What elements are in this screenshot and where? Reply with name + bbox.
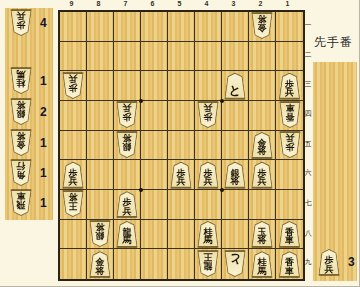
board-cell-2九[interactable]: 桂馬	[249, 249, 276, 279]
rank-label-一: 一	[303, 20, 313, 30]
piece-kanji: 兵	[285, 134, 294, 143]
shogi-piece-香車[interactable]: 香車	[278, 102, 302, 128]
piece-kanji: 兵	[17, 12, 26, 21]
board-cell-7五[interactable]: 銀将	[114, 131, 141, 161]
piece-kanji: 将	[123, 134, 132, 143]
piece-kanji: 将	[17, 101, 26, 110]
shogi-piece-桂馬[interactable]: 桂馬	[9, 68, 33, 94]
shogi-piece-と[interactable]: と	[223, 73, 247, 99]
piece-kanji: 歩	[17, 21, 26, 30]
board-cell-4一[interactable]	[195, 12, 222, 42]
board-cell-6七[interactable]	[141, 190, 168, 220]
piece-kanji: 車	[285, 104, 294, 113]
piece-kanji: 飛	[17, 201, 26, 210]
board-cell-1三[interactable]: 歩兵	[276, 71, 303, 101]
shogi-piece-桂馬[interactable]: 桂馬	[250, 251, 274, 277]
board-cell-8五[interactable]	[87, 131, 114, 161]
file-label-2: 2	[247, 0, 274, 7]
piece-face: 歩兵	[318, 250, 340, 274]
shogi-piece-歩兵[interactable]: 歩兵	[61, 73, 85, 99]
piece-kanji: 王	[69, 202, 78, 211]
file-label-8: 8	[85, 0, 112, 7]
board-cell-3六[interactable]: 銀将	[222, 160, 249, 190]
board-cell-9四[interactable]	[60, 101, 87, 131]
piece-kanji: 将	[69, 193, 78, 202]
board-cell-6四[interactable]	[141, 101, 168, 131]
board-cell-8八[interactable]: 銀将	[87, 220, 114, 250]
shogi-piece-金将[interactable]: 金将	[9, 130, 33, 156]
board-cell-9三[interactable]: 歩兵	[60, 71, 87, 101]
piece-kanji: と	[229, 253, 241, 267]
file-label-5: 5	[166, 0, 193, 7]
turn-indicator: 先手番	[314, 34, 353, 51]
piece-face: と	[224, 252, 246, 276]
piece-kanji: 歩	[285, 142, 294, 151]
board-cell-1二[interactable]	[276, 42, 303, 72]
file-label-3: 3	[220, 0, 247, 7]
rank-label-二: 二	[303, 50, 313, 60]
gote-hand-count: 1	[40, 166, 47, 180]
gote-hand-角行[interactable]: 角行1	[9, 160, 47, 186]
board-cell-8九[interactable]: 金将	[87, 249, 114, 279]
board-cell-8二[interactable]	[87, 42, 114, 72]
board-cell-8七[interactable]	[87, 190, 114, 220]
shogi-piece-歩兵[interactable]: 歩兵	[317, 249, 341, 275]
piece-face: 金将	[10, 131, 32, 155]
shogi-piece-銀将[interactable]: 銀将	[9, 99, 33, 125]
board-cell-5八[interactable]	[168, 220, 195, 250]
board-cell-4四[interactable]: 歩兵	[195, 101, 222, 131]
board-cell-5一[interactable]	[168, 12, 195, 42]
piece-face: 歩兵	[116, 103, 138, 127]
piece-kanji: 金	[258, 24, 267, 33]
hoshi-dot	[220, 99, 224, 103]
piece-face: 銀将	[116, 133, 138, 157]
shogi-piece-歩兵[interactable]: 歩兵	[61, 162, 85, 188]
board-cell-1五[interactable]: 歩兵	[276, 131, 303, 161]
rank-label-四: 四	[303, 109, 313, 119]
piece-face: 龍王	[197, 252, 219, 276]
gote-hand-飛車[interactable]: 飛車1	[9, 190, 47, 216]
board-cell-4二[interactable]	[195, 42, 222, 72]
board-cell-5九[interactable]	[168, 249, 195, 279]
board-cell-7七[interactable]: 歩兵	[114, 190, 141, 220]
shogi-piece-と[interactable]: と	[223, 251, 247, 277]
shogi-piece-銀将[interactable]: 銀将	[223, 162, 247, 188]
piece-kanji: 桂	[17, 79, 26, 88]
board-cell-8一[interactable]	[87, 12, 114, 42]
piece-face: 香車	[279, 222, 301, 246]
board-cell-9二[interactable]	[60, 42, 87, 72]
board-cell-3七[interactable]	[222, 190, 249, 220]
piece-kanji: 馬	[123, 236, 132, 245]
board-cell-7九[interactable]	[114, 249, 141, 279]
shogi-piece-歩兵[interactable]: 歩兵	[196, 102, 220, 128]
board-cell-5三[interactable]	[168, 71, 195, 101]
board-cell-6一[interactable]	[141, 12, 168, 42]
board-cell-1一[interactable]	[276, 12, 303, 42]
piece-face: 角行	[10, 161, 32, 185]
board-cell-2二[interactable]	[249, 42, 276, 72]
piece-kanji: 兵	[123, 104, 132, 113]
shogi-piece-香車[interactable]: 香車	[278, 251, 302, 277]
piece-kanji: 将	[258, 15, 267, 24]
board-cell-8四[interactable]	[87, 101, 114, 131]
piece-face: 銀将	[224, 163, 246, 187]
piece-kanji: 将	[96, 267, 105, 276]
hoshi-dot	[139, 188, 143, 192]
board-cell-4三[interactable]	[195, 71, 222, 101]
gote-hand-count: 1	[40, 74, 47, 88]
piece-kanji: 将	[258, 236, 267, 245]
piece-face: 桂馬	[197, 222, 219, 246]
piece-face: 歩兵	[251, 163, 273, 187]
rank-label-六: 六	[303, 168, 313, 178]
board-cell-1六[interactable]	[276, 160, 303, 190]
board-cell-4八[interactable]: 桂馬	[195, 220, 222, 250]
piece-face: 王将	[62, 192, 84, 216]
piece-kanji: 車	[17, 192, 26, 201]
gote-hand-count: 4	[40, 16, 47, 30]
piece-kanji: 将	[258, 147, 267, 156]
piece-kanji: 兵	[204, 104, 213, 113]
shogi-piece-龍王[interactable]: 龍王	[196, 251, 220, 277]
board-cell-7八[interactable]: 龍馬	[114, 220, 141, 250]
gote-hand-銀将[interactable]: 銀将2	[9, 99, 47, 125]
board-cell-3三[interactable]: と	[222, 71, 249, 101]
shogi-piece-歩兵[interactable]: 歩兵	[250, 162, 274, 188]
board-cell-4五[interactable]	[195, 131, 222, 161]
piece-face: 歩兵	[170, 163, 192, 187]
board-cell-2六[interactable]: 歩兵	[249, 160, 276, 190]
board-cell-2七[interactable]	[249, 190, 276, 220]
shogi-piece-歩兵[interactable]: 歩兵	[169, 162, 193, 188]
shogi-piece-歩兵[interactable]: 歩兵	[115, 102, 139, 128]
shogi-piece-金将[interactable]: 金将	[88, 251, 112, 277]
hoshi-dot	[139, 99, 143, 103]
shogi-piece-玉将[interactable]: 玉将	[250, 221, 274, 247]
board-cell-3八[interactable]	[222, 220, 249, 250]
piece-kanji: 兵	[258, 177, 267, 186]
board-cell-1七[interactable]	[276, 190, 303, 220]
board-cell-5二[interactable]	[168, 42, 195, 72]
piece-face: 桂馬	[251, 252, 273, 276]
board-cell-9一[interactable]	[60, 12, 87, 42]
piece-kanji: 行	[17, 162, 26, 171]
board-cell-2五[interactable]: 金将	[249, 131, 276, 161]
piece-kanji: 車	[285, 267, 294, 276]
rank-label-五: 五	[303, 139, 313, 149]
rank-label-七: 七	[303, 198, 313, 208]
board-grid: 金将歩兵と歩兵歩兵歩兵香車銀将金将歩兵歩兵歩兵歩兵銀将歩兵王将歩兵銀将龍馬桂馬玉…	[60, 12, 303, 279]
board-cell-9五[interactable]	[60, 131, 87, 161]
shogi-piece-歩兵[interactable]: 歩兵	[115, 191, 139, 217]
shogi-piece-王将[interactable]: 王将	[61, 191, 85, 217]
board-cell-2一[interactable]: 金将	[249, 12, 276, 42]
shogi-piece-銀将[interactable]: 銀将	[115, 132, 139, 158]
piece-face: 玉将	[251, 222, 273, 246]
piece-face: 銀将	[89, 222, 111, 246]
board-cell-7四[interactable]: 歩兵	[114, 101, 141, 131]
board-cell-7二[interactable]	[114, 42, 141, 72]
shogi-app: 987654321 金将歩兵と歩兵歩兵歩兵香車銀将金将歩兵歩兵歩兵歩兵銀将歩兵王…	[0, 0, 360, 287]
rank-label-九: 九	[303, 257, 313, 267]
board-cell-6五[interactable]	[141, 131, 168, 161]
board-cell-3四[interactable]	[222, 101, 249, 131]
piece-kanji: 兵	[123, 207, 132, 216]
gote-hand-count: 1	[40, 196, 47, 210]
gote-hand-金将[interactable]: 金将1	[9, 130, 47, 156]
piece-kanji: と	[229, 83, 241, 97]
piece-kanji: 馬	[204, 236, 213, 245]
piece-face: 金将	[251, 14, 273, 38]
board-cell-9七[interactable]: 王将	[60, 190, 87, 220]
shogi-piece-角行[interactable]: 角行	[9, 160, 33, 186]
board-cell-3二[interactable]	[222, 42, 249, 72]
sente-hand-歩兵[interactable]: 歩兵3	[317, 249, 355, 275]
board-cell-6六[interactable]	[141, 160, 168, 190]
piece-kanji: 王	[204, 253, 213, 262]
board-cell-7六[interactable]	[114, 160, 141, 190]
shogi-piece-金将[interactable]: 金将	[250, 13, 274, 39]
piece-face: 金将	[251, 133, 273, 157]
gote-hand-歩兵[interactable]: 歩兵4	[9, 10, 47, 36]
piece-face: 歩兵	[62, 74, 84, 98]
board-cell-5六[interactable]: 歩兵	[168, 160, 195, 190]
piece-kanji: 車	[285, 236, 294, 245]
board-cell-4六[interactable]: 歩兵	[195, 160, 222, 190]
gote-hand-count: 1	[40, 136, 47, 150]
piece-face: と	[224, 74, 246, 98]
piece-kanji: 兵	[204, 177, 213, 186]
piece-face: 歩兵	[197, 103, 219, 127]
board-cell-2四[interactable]	[249, 101, 276, 131]
piece-kanji: 馬	[258, 267, 267, 276]
shogi-piece-桂馬[interactable]: 桂馬	[196, 221, 220, 247]
file-label-6: 6	[139, 0, 166, 7]
board-cell-2八[interactable]: 玉将	[249, 220, 276, 250]
board-cell-9六[interactable]: 歩兵	[60, 160, 87, 190]
board-cell-6三[interactable]	[141, 71, 168, 101]
board-cell-5四[interactable]	[168, 101, 195, 131]
board-cell-1八[interactable]: 香車	[276, 220, 303, 250]
piece-kanji: 龍	[204, 262, 213, 271]
board-cell-6九[interactable]	[141, 249, 168, 279]
piece-kanji: 銀	[17, 110, 26, 119]
piece-kanji: 歩	[123, 113, 132, 122]
file-label-1: 1	[274, 0, 301, 7]
board-cell-7一[interactable]	[114, 12, 141, 42]
piece-kanji: 銀	[123, 142, 132, 151]
file-label-9: 9	[58, 0, 85, 7]
board-cell-6八[interactable]	[141, 220, 168, 250]
rank-label-八: 八	[303, 228, 313, 238]
piece-face: 歩兵	[62, 163, 84, 187]
piece-kanji: 兵	[177, 177, 186, 186]
piece-kanji: 将	[96, 223, 105, 232]
file-label-4: 4	[193, 0, 220, 7]
board-cell-3五[interactable]	[222, 131, 249, 161]
file-label-7: 7	[112, 0, 139, 7]
piece-face: 歩兵	[279, 74, 301, 98]
piece-kanji: 金	[17, 141, 26, 150]
piece-kanji: 銀	[96, 231, 105, 240]
board-cell-9八[interactable]	[60, 220, 87, 250]
piece-kanji: 角	[17, 171, 26, 180]
board-cell-2三[interactable]	[249, 71, 276, 101]
board-cell-1四[interactable]: 香車	[276, 101, 303, 131]
board-cell-5五[interactable]	[168, 131, 195, 161]
piece-face: 飛車	[10, 191, 32, 215]
piece-face: 歩兵	[10, 11, 32, 35]
piece-kanji: 将	[17, 132, 26, 141]
shogi-piece-飛車[interactable]: 飛車	[9, 190, 33, 216]
piece-face: 龍馬	[116, 222, 138, 246]
piece-kanji: 兵	[69, 75, 78, 84]
board-cell-4七[interactable]	[195, 190, 222, 220]
board-cell-4九[interactable]: 龍王	[195, 249, 222, 279]
shogi-piece-歩兵[interactable]: 歩兵	[9, 10, 33, 36]
piece-kanji: 歩	[204, 113, 213, 122]
shogi-piece-歩兵[interactable]: 歩兵	[278, 132, 302, 158]
piece-face: 歩兵	[116, 192, 138, 216]
piece-kanji: 兵	[69, 177, 78, 186]
shogi-piece-銀将[interactable]: 銀将	[88, 221, 112, 247]
piece-face: 桂馬	[10, 69, 32, 93]
piece-face: 歩兵	[197, 163, 219, 187]
board-cell-6二[interactable]	[141, 42, 168, 72]
board-cell-3一[interactable]	[222, 12, 249, 42]
shogi-board: 金将歩兵と歩兵歩兵歩兵香車銀将金将歩兵歩兵歩兵歩兵銀将歩兵王将歩兵銀将龍馬桂馬玉…	[58, 10, 305, 281]
board-cell-1九[interactable]: 香車	[276, 249, 303, 279]
piece-kanji: 香	[285, 113, 294, 122]
piece-face: 香車	[279, 252, 301, 276]
board-cell-8三[interactable]	[87, 71, 114, 101]
board-cell-7三[interactable]	[114, 71, 141, 101]
board-cell-8六[interactable]	[87, 160, 114, 190]
gote-hand-count: 2	[40, 105, 47, 119]
piece-kanji: 馬	[17, 70, 26, 79]
shogi-piece-歩兵[interactable]: 歩兵	[278, 73, 302, 99]
hoshi-dot	[220, 188, 224, 192]
piece-face: 銀将	[10, 100, 32, 124]
board-cell-3九[interactable]: と	[222, 249, 249, 279]
piece-face: 金将	[89, 252, 111, 276]
piece-kanji: 兵	[285, 88, 294, 97]
piece-kanji: 将	[231, 177, 240, 186]
rank-label-三: 三	[303, 79, 313, 89]
piece-kanji: 兵	[325, 265, 334, 274]
shogi-piece-金将[interactable]: 金将	[250, 132, 274, 158]
gote-hand-桂馬[interactable]: 桂馬1	[9, 68, 47, 94]
shogi-piece-香車[interactable]: 香車	[278, 221, 302, 247]
board-cell-9九[interactable]	[60, 249, 87, 279]
sente-hand-count: 3	[348, 255, 355, 269]
shogi-piece-歩兵[interactable]: 歩兵	[196, 162, 220, 188]
shogi-piece-龍馬[interactable]: 龍馬	[115, 221, 139, 247]
piece-kanji: 歩	[69, 83, 78, 92]
board-cell-5七[interactable]	[168, 190, 195, 220]
